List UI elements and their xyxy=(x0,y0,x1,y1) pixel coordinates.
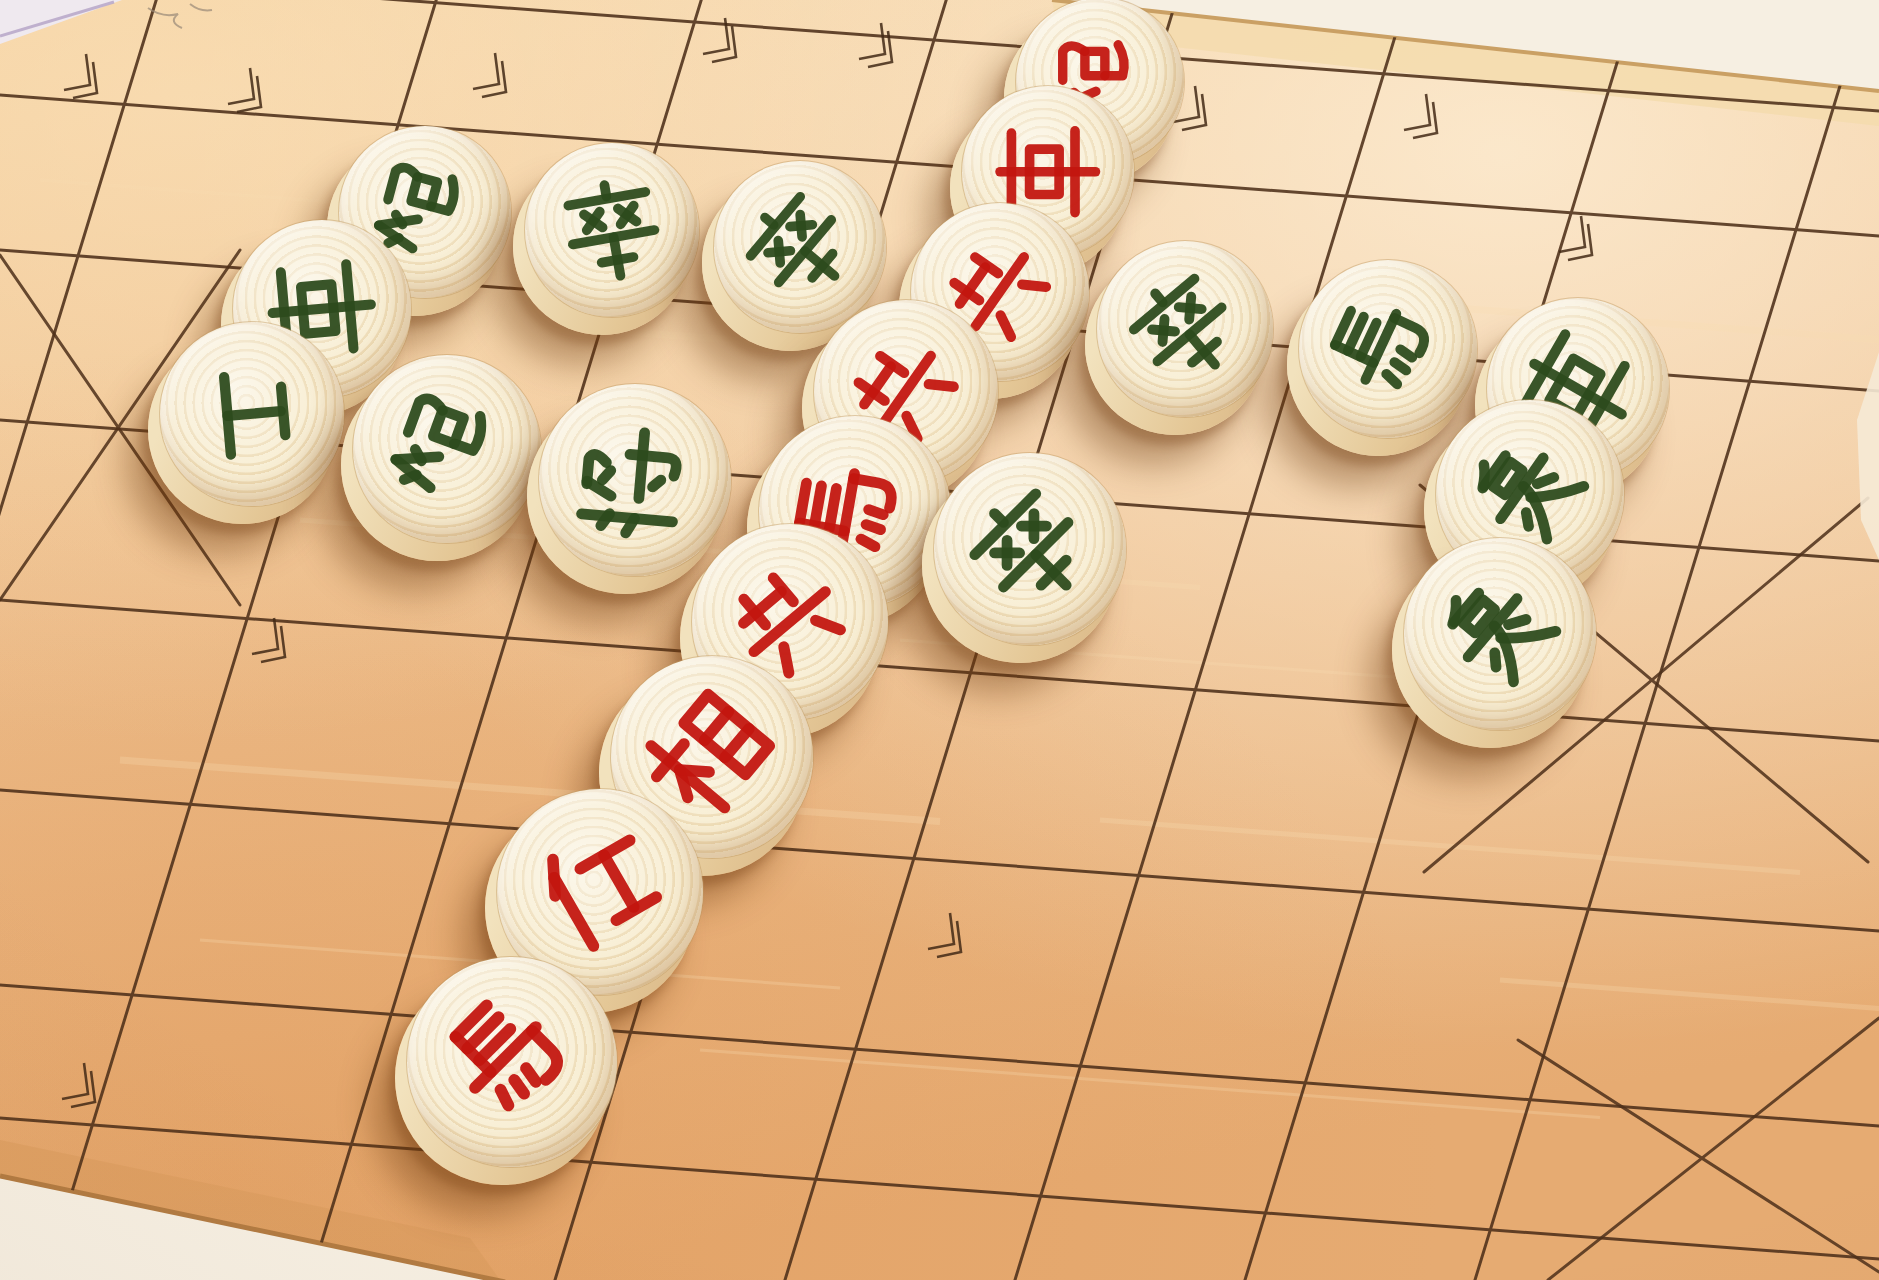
piece-green-soldier[interactable] xyxy=(934,453,1126,645)
piece-green-soldier[interactable] xyxy=(525,143,699,317)
piece-green-soldier[interactable] xyxy=(714,161,886,333)
piece-red-horse[interactable] xyxy=(407,957,617,1167)
piece-character-卒 xyxy=(545,163,678,296)
piece-character-將 xyxy=(566,411,703,548)
pieces-layer xyxy=(0,0,1879,1280)
piece-green-soldier[interactable] xyxy=(1097,241,1273,417)
piece-green-elephant[interactable] xyxy=(1404,538,1596,730)
piece-green-general[interactable] xyxy=(539,384,731,576)
piece-character-士 xyxy=(186,348,318,480)
piece-green-cannon[interactable] xyxy=(353,355,541,543)
xiangqi-photo-stage xyxy=(0,0,1879,1280)
piece-green-horse[interactable] xyxy=(1299,260,1477,438)
piece-green-advisor[interactable] xyxy=(160,322,344,506)
